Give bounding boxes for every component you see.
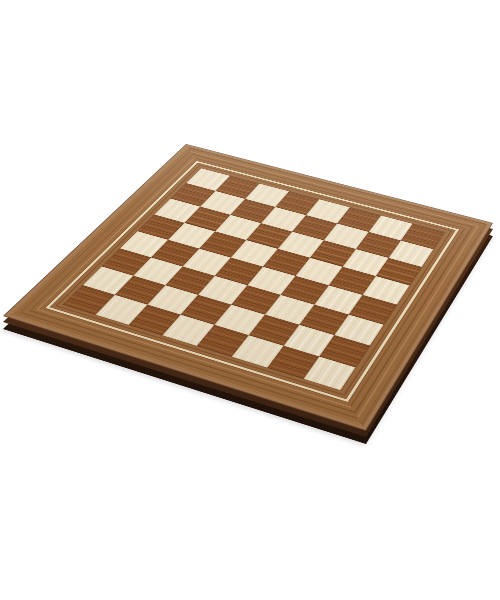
product-photo-scene [0, 0, 500, 600]
chess-board [3, 144, 493, 431]
